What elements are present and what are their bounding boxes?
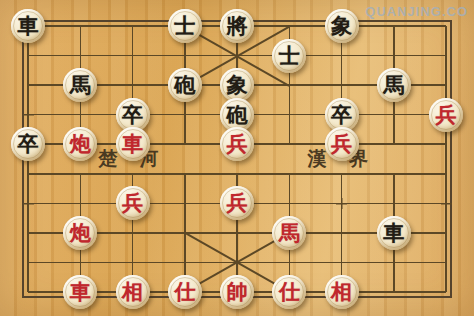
piece-red-elephant[interactable]: 相 xyxy=(116,275,150,309)
piece-black-cannon[interactable]: 砲 xyxy=(168,68,202,102)
point-marker xyxy=(23,198,34,209)
piece-character: 士 xyxy=(272,39,306,73)
piece-black-elephant[interactable]: 象 xyxy=(325,9,359,43)
piece-red-soldier[interactable]: 兵 xyxy=(116,186,150,220)
piece-character: 車 xyxy=(63,275,97,309)
piece-red-soldier[interactable]: 兵 xyxy=(220,186,254,220)
piece-red-chariot[interactable]: 車 xyxy=(116,127,150,161)
point-marker xyxy=(441,198,452,209)
piece-black-advisor[interactable]: 士 xyxy=(168,9,202,43)
xiangqi-board: QUANJING.CO 楚 河 漢 界 車士將象士馬砲象馬卒砲卒卒車炮車兵兵兵兵… xyxy=(0,0,474,316)
piece-character: 象 xyxy=(325,9,359,43)
piece-black-king[interactable]: 將 xyxy=(220,9,254,43)
piece-character: 砲 xyxy=(168,68,202,102)
piece-red-king[interactable]: 帥 xyxy=(220,275,254,309)
piece-character: 炮 xyxy=(63,127,97,161)
piece-red-soldier[interactable]: 兵 xyxy=(220,127,254,161)
piece-red-advisor[interactable]: 仕 xyxy=(168,275,202,309)
piece-black-horse[interactable]: 馬 xyxy=(63,68,97,102)
piece-red-horse[interactable]: 馬 xyxy=(272,216,306,250)
piece-character: 炮 xyxy=(63,216,97,250)
piece-black-chariot[interactable]: 車 xyxy=(11,9,45,43)
piece-character: 車 xyxy=(377,216,411,250)
piece-character: 馬 xyxy=(272,216,306,250)
piece-black-advisor[interactable]: 士 xyxy=(272,39,306,73)
point-marker xyxy=(23,109,34,120)
piece-black-horse[interactable]: 馬 xyxy=(377,68,411,102)
piece-character: 仕 xyxy=(272,275,306,309)
piece-character: 仕 xyxy=(168,275,202,309)
piece-red-soldier[interactable]: 兵 xyxy=(325,127,359,161)
piece-red-advisor[interactable]: 仕 xyxy=(272,275,306,309)
piece-character: 車 xyxy=(116,127,150,161)
piece-character: 兵 xyxy=(429,98,463,132)
piece-character: 卒 xyxy=(11,127,45,161)
piece-character: 相 xyxy=(325,275,359,309)
piece-character: 兵 xyxy=(116,186,150,220)
piece-red-elephant[interactable]: 相 xyxy=(325,275,359,309)
piece-character: 帥 xyxy=(220,275,254,309)
piece-character: 兵 xyxy=(220,127,254,161)
photo-watermark: QUANJING.CO xyxy=(365,4,468,19)
piece-character: 將 xyxy=(220,9,254,43)
piece-character: 兵 xyxy=(325,127,359,161)
piece-black-chariot[interactable]: 車 xyxy=(377,216,411,250)
piece-character: 馬 xyxy=(63,68,97,102)
point-marker xyxy=(336,198,347,209)
piece-character: 車 xyxy=(11,9,45,43)
piece-character: 相 xyxy=(116,275,150,309)
piece-red-cannon[interactable]: 炮 xyxy=(63,127,97,161)
piece-character: 士 xyxy=(168,9,202,43)
piece-red-chariot[interactable]: 車 xyxy=(63,275,97,309)
piece-character: 兵 xyxy=(220,186,254,220)
piece-red-cannon[interactable]: 炮 xyxy=(63,216,97,250)
piece-character: 馬 xyxy=(377,68,411,102)
piece-black-soldier[interactable]: 卒 xyxy=(11,127,45,161)
piece-layer: 車士將象士馬砲象馬卒砲卒卒車炮車兵兵兵兵兵炮馬車相仕帥仕相 xyxy=(0,0,474,316)
piece-red-soldier[interactable]: 兵 xyxy=(429,98,463,132)
